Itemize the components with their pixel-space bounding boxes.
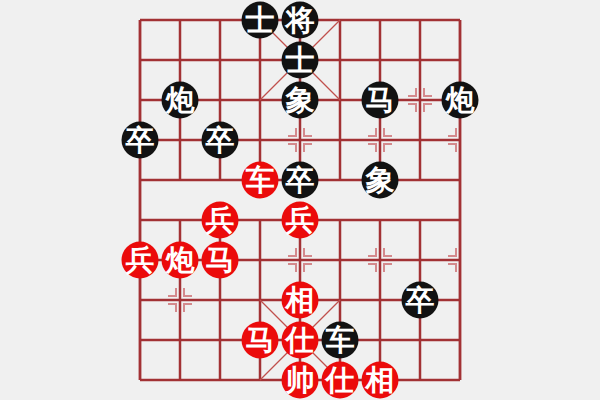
piece-red-advisor[interactable]: 仕 xyxy=(322,362,359,399)
piece-black-general[interactable]: 将 xyxy=(282,2,319,39)
piece-black-soldier[interactable]: 卒 xyxy=(122,122,159,159)
piece-red-soldier[interactable]: 兵 xyxy=(122,242,159,279)
piece-red-soldier[interactable]: 兵 xyxy=(202,202,239,239)
piece-red-horse[interactable]: 马 xyxy=(202,242,239,279)
piece-red-horse[interactable]: 马 xyxy=(242,322,279,359)
piece-black-chariot[interactable]: 车 xyxy=(322,322,359,359)
piece-black-advisor[interactable]: 士 xyxy=(242,2,279,39)
piece-red-advisor[interactable]: 仕 xyxy=(282,322,319,359)
piece-black-horse[interactable]: 马 xyxy=(362,82,399,119)
piece-black-cannon[interactable]: 炮 xyxy=(162,82,199,119)
piece-red-elephant[interactable]: 相 xyxy=(282,282,319,319)
piece-black-cannon[interactable]: 炮 xyxy=(442,82,479,119)
piece-black-elephant[interactable]: 象 xyxy=(362,162,399,199)
piece-red-elephant[interactable]: 相 xyxy=(362,362,399,399)
piece-black-soldier[interactable]: 卒 xyxy=(402,282,439,319)
piece-black-soldier[interactable]: 卒 xyxy=(282,162,319,199)
piece-red-chariot[interactable]: 车 xyxy=(242,162,279,199)
piece-black-elephant[interactable]: 象 xyxy=(282,82,319,119)
piece-red-cannon[interactable]: 炮 xyxy=(162,242,199,279)
pieces-layer: 士将士炮象马炮卒卒车卒象兵兵兵炮马相卒马仕车帅仕相 xyxy=(0,0,600,400)
piece-black-soldier[interactable]: 卒 xyxy=(202,122,239,159)
piece-red-general[interactable]: 帅 xyxy=(282,362,319,399)
xiangqi-board[interactable]: 士将士炮象马炮卒卒车卒象兵兵兵炮马相卒马仕车帅仕相 xyxy=(0,0,600,400)
piece-red-soldier[interactable]: 兵 xyxy=(282,202,319,239)
piece-black-advisor[interactable]: 士 xyxy=(282,42,319,79)
